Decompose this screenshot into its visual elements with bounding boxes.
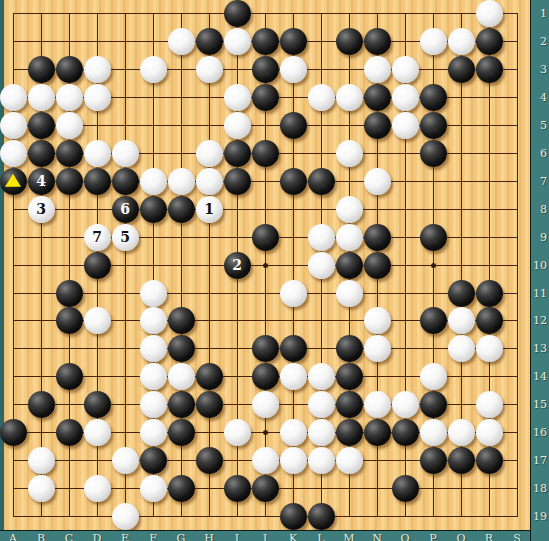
black-stone[interactable] — [308, 168, 335, 195]
go-board[interactable]: 4361752 — [0, 0, 530, 530]
column-label-L: L — [317, 533, 324, 541]
column-label-Q: Q — [456, 533, 465, 541]
black-stone[interactable] — [308, 503, 335, 530]
black-stone[interactable] — [448, 280, 475, 307]
column-label-S: S — [513, 533, 521, 541]
column-label-I: I — [235, 533, 239, 541]
white-stone[interactable] — [280, 56, 307, 83]
black-stone[interactable] — [420, 447, 447, 474]
black-stone[interactable] — [336, 363, 363, 390]
move-number-label: 1 — [204, 201, 214, 217]
black-stone[interactable] — [420, 112, 447, 139]
black-stone[interactable] — [476, 28, 503, 55]
black-stone[interactable] — [280, 28, 307, 55]
triangle-marker — [5, 174, 21, 187]
row-label-11: 11 — [532, 288, 547, 299]
black-stone[interactable] — [476, 56, 503, 83]
black-stone[interactable] — [280, 503, 307, 530]
white-stone[interactable] — [336, 280, 363, 307]
black-stone[interactable] — [336, 391, 363, 418]
white-stone[interactable] — [252, 391, 279, 418]
black-stone[interactable] — [28, 112, 55, 139]
black-stone[interactable] — [392, 475, 419, 502]
black-stone[interactable] — [168, 307, 195, 334]
star-point — [263, 430, 268, 435]
white-stone[interactable] — [448, 307, 475, 334]
row-label-14: 14 — [532, 371, 547, 382]
white-stone[interactable] — [280, 419, 307, 446]
black-stone[interactable] — [364, 28, 391, 55]
white-stone[interactable] — [280, 447, 307, 474]
white-stone[interactable] — [280, 280, 307, 307]
row-label-9: 9 — [532, 232, 547, 243]
white-stone[interactable] — [308, 391, 335, 418]
column-label-M: M — [343, 533, 354, 541]
white-stone[interactable] — [84, 56, 111, 83]
black-stone[interactable] — [56, 56, 83, 83]
white-stone[interactable] — [140, 56, 167, 83]
row-label-5: 5 — [532, 120, 547, 131]
grid-horizontal-line — [13, 209, 518, 210]
white-stone[interactable] — [56, 84, 83, 111]
white-stone[interactable] — [0, 84, 27, 111]
board-left-edge — [0, 0, 4, 530]
black-stone[interactable] — [364, 419, 391, 446]
black-stone[interactable] — [364, 252, 391, 279]
white-stone[interactable] — [28, 447, 55, 474]
row-label-17: 17 — [532, 455, 547, 466]
white-stone[interactable]: 3 — [28, 196, 55, 223]
white-stone[interactable] — [168, 168, 195, 195]
black-stone[interactable] — [140, 447, 167, 474]
white-stone[interactable] — [308, 84, 335, 111]
white-stone[interactable] — [392, 56, 419, 83]
row-label-3: 3 — [532, 64, 547, 75]
row-label-4: 4 — [532, 92, 547, 103]
black-stone[interactable] — [140, 196, 167, 223]
white-stone[interactable] — [112, 503, 139, 530]
column-label-J: J — [263, 533, 267, 541]
black-stone[interactable] — [0, 168, 27, 195]
black-stone[interactable] — [168, 196, 195, 223]
black-stone[interactable] — [420, 391, 447, 418]
black-stone[interactable]: 4 — [28, 168, 55, 195]
black-stone[interactable] — [448, 56, 475, 83]
white-stone[interactable] — [84, 307, 111, 334]
black-stone[interactable] — [280, 112, 307, 139]
white-stone[interactable] — [84, 140, 111, 167]
black-stone[interactable]: 2 — [224, 252, 251, 279]
black-stone[interactable] — [252, 28, 279, 55]
white-stone[interactable] — [280, 363, 307, 390]
white-stone[interactable] — [308, 447, 335, 474]
black-stone[interactable] — [84, 168, 111, 195]
black-stone[interactable] — [252, 224, 279, 251]
black-stone[interactable] — [448, 447, 475, 474]
move-number-label: 2 — [232, 257, 242, 273]
black-stone[interactable] — [112, 168, 139, 195]
row-label-19: 19 — [532, 511, 547, 522]
white-stone[interactable] — [84, 419, 111, 446]
grid-horizontal-line — [13, 516, 518, 517]
black-stone[interactable] — [84, 391, 111, 418]
row-coordinates: 12345678910111213141516171819 — [530, 0, 549, 541]
white-stone[interactable] — [224, 84, 251, 111]
white-stone[interactable] — [224, 28, 251, 55]
white-stone[interactable] — [336, 84, 363, 111]
black-stone[interactable] — [420, 224, 447, 251]
white-stone[interactable] — [476, 0, 503, 27]
black-stone[interactable] — [196, 28, 223, 55]
black-stone[interactable] — [476, 307, 503, 334]
white-stone[interactable] — [308, 419, 335, 446]
row-label-18: 18 — [532, 483, 547, 494]
white-stone[interactable] — [112, 140, 139, 167]
black-stone[interactable] — [28, 56, 55, 83]
black-stone[interactable] — [252, 475, 279, 502]
white-stone[interactable] — [392, 391, 419, 418]
row-label-10: 10 — [532, 260, 547, 271]
white-stone[interactable] — [224, 112, 251, 139]
move-number-label: 3 — [36, 201, 46, 217]
star-point — [431, 263, 436, 268]
black-stone[interactable] — [196, 391, 223, 418]
column-label-C: C — [65, 533, 73, 541]
row-label-16: 16 — [532, 427, 547, 438]
black-stone[interactable] — [28, 140, 55, 167]
column-label-P: P — [429, 533, 436, 541]
white-stone[interactable] — [140, 335, 167, 362]
black-stone[interactable] — [420, 307, 447, 334]
row-label-8: 8 — [532, 204, 547, 215]
white-stone[interactable]: 5 — [112, 224, 139, 251]
white-stone[interactable] — [112, 447, 139, 474]
white-stone[interactable] — [140, 391, 167, 418]
white-stone[interactable] — [448, 419, 475, 446]
white-stone[interactable] — [420, 363, 447, 390]
column-label-H: H — [204, 533, 214, 541]
black-stone[interactable] — [168, 391, 195, 418]
black-stone[interactable] — [224, 0, 251, 27]
black-stone[interactable] — [56, 280, 83, 307]
black-stone[interactable] — [252, 363, 279, 390]
column-label-D: D — [93, 533, 102, 541]
row-label-15: 15 — [532, 399, 547, 410]
white-stone[interactable] — [196, 56, 223, 83]
white-stone[interactable] — [364, 56, 391, 83]
column-label-B: B — [37, 533, 45, 541]
row-label-12: 12 — [532, 315, 547, 326]
white-stone[interactable] — [420, 28, 447, 55]
white-stone[interactable]: 1 — [196, 196, 223, 223]
black-stone[interactable] — [0, 419, 27, 446]
black-stone[interactable] — [364, 224, 391, 251]
column-label-N: N — [372, 533, 382, 541]
white-stone[interactable] — [392, 84, 419, 111]
star-point — [263, 263, 268, 268]
white-stone[interactable] — [196, 140, 223, 167]
black-stone[interactable] — [168, 335, 195, 362]
white-stone[interactable] — [308, 252, 335, 279]
black-stone[interactable]: 6 — [112, 196, 139, 223]
white-stone[interactable] — [364, 307, 391, 334]
black-stone[interactable] — [224, 475, 251, 502]
black-stone[interactable] — [56, 140, 83, 167]
black-stone[interactable] — [224, 140, 251, 167]
move-number-label: 5 — [120, 229, 130, 245]
white-stone[interactable] — [224, 419, 251, 446]
black-stone[interactable] — [196, 363, 223, 390]
move-number-label: 6 — [120, 201, 130, 217]
column-coordinates: ABCDEFGHIJKLMNOPQRS — [0, 530, 530, 541]
black-stone[interactable] — [56, 168, 83, 195]
white-stone[interactable] — [140, 363, 167, 390]
white-stone[interactable] — [140, 475, 167, 502]
black-stone[interactable] — [56, 419, 83, 446]
white-stone[interactable] — [308, 224, 335, 251]
column-label-E: E — [121, 533, 129, 541]
white-stone[interactable] — [84, 475, 111, 502]
black-stone[interactable] — [280, 168, 307, 195]
white-stone[interactable] — [140, 280, 167, 307]
white-stone[interactable] — [84, 84, 111, 111]
move-number-label: 4 — [36, 173, 46, 189]
black-stone[interactable] — [420, 140, 447, 167]
white-stone[interactable] — [336, 447, 363, 474]
black-stone[interactable] — [252, 56, 279, 83]
black-stone[interactable] — [336, 419, 363, 446]
black-stone[interactable] — [476, 280, 503, 307]
black-stone[interactable] — [56, 363, 83, 390]
column-label-O: O — [400, 533, 409, 541]
grid-horizontal-line — [13, 293, 518, 294]
move-number-label: 7 — [92, 229, 102, 245]
black-stone[interactable] — [168, 419, 195, 446]
white-stone[interactable]: 7 — [84, 224, 111, 251]
column-label-F: F — [149, 533, 157, 541]
white-stone[interactable] — [476, 391, 503, 418]
black-stone[interactable] — [364, 112, 391, 139]
black-stone[interactable] — [336, 28, 363, 55]
black-stone[interactable] — [224, 168, 251, 195]
black-stone[interactable] — [252, 335, 279, 362]
white-stone[interactable] — [168, 363, 195, 390]
white-stone[interactable] — [28, 84, 55, 111]
black-stone[interactable] — [252, 84, 279, 111]
white-stone[interactable] — [140, 168, 167, 195]
white-stone[interactable] — [364, 168, 391, 195]
grid-horizontal-line — [13, 13, 518, 14]
white-stone[interactable] — [56, 112, 83, 139]
column-label-G: G — [177, 533, 186, 541]
white-stone[interactable] — [364, 335, 391, 362]
row-label-13: 13 — [532, 343, 547, 354]
black-stone[interactable] — [476, 447, 503, 474]
white-stone[interactable] — [196, 168, 223, 195]
column-label-A: A — [9, 533, 17, 541]
white-stone[interactable] — [420, 419, 447, 446]
row-label-1: 1 — [532, 8, 547, 19]
white-stone[interactable] — [140, 307, 167, 334]
black-stone[interactable] — [420, 84, 447, 111]
black-stone[interactable] — [56, 307, 83, 334]
row-label-7: 7 — [532, 176, 547, 187]
row-label-6: 6 — [532, 148, 547, 159]
black-stone[interactable] — [280, 335, 307, 362]
white-stone[interactable] — [448, 28, 475, 55]
black-stone[interactable] — [252, 140, 279, 167]
white-stone[interactable] — [308, 363, 335, 390]
black-stone[interactable] — [28, 391, 55, 418]
black-stone[interactable] — [168, 475, 195, 502]
black-stone[interactable] — [336, 252, 363, 279]
white-stone[interactable] — [28, 475, 55, 502]
white-stone[interactable] — [0, 140, 27, 167]
black-stone[interactable] — [336, 335, 363, 362]
column-label-R: R — [485, 533, 493, 541]
white-stone[interactable] — [336, 224, 363, 251]
white-stone[interactable] — [392, 112, 419, 139]
white-stone[interactable] — [252, 447, 279, 474]
black-stone[interactable] — [392, 419, 419, 446]
black-stone[interactable] — [84, 252, 111, 279]
row-label-2: 2 — [532, 36, 547, 47]
white-stone[interactable] — [476, 335, 503, 362]
white-stone[interactable] — [0, 112, 27, 139]
black-stone[interactable] — [196, 447, 223, 474]
white-stone[interactable] — [476, 419, 503, 446]
column-label-K: K — [289, 533, 297, 541]
white-stone[interactable] — [336, 196, 363, 223]
white-stone[interactable] — [140, 419, 167, 446]
white-stone[interactable] — [448, 335, 475, 362]
black-stone[interactable] — [364, 84, 391, 111]
white-stone[interactable] — [168, 28, 195, 55]
white-stone[interactable] — [336, 140, 363, 167]
white-stone[interactable] — [364, 391, 391, 418]
